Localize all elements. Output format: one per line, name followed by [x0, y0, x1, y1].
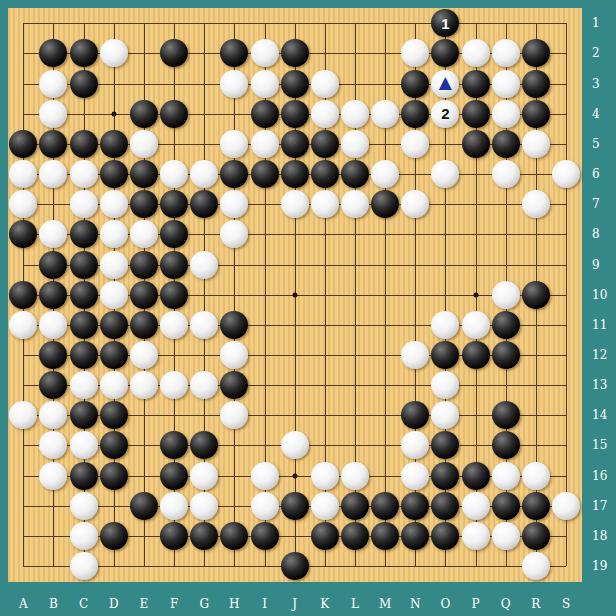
row-label: 16 [592, 469, 607, 483]
black-stone [100, 160, 128, 188]
white-stone [190, 492, 218, 520]
black-stone [190, 522, 218, 550]
column-label: K [320, 597, 329, 611]
star-point [111, 111, 116, 116]
row-label: 8 [592, 227, 600, 241]
column-label: J [292, 597, 297, 611]
black-stone [431, 462, 459, 490]
star-point [473, 292, 478, 297]
row-label: 1 [592, 16, 600, 30]
black-stone [130, 251, 158, 279]
column-label: M [379, 597, 391, 611]
black-stone [492, 431, 520, 459]
white-stone [522, 190, 550, 218]
white-stone [160, 160, 188, 188]
black-stone [100, 130, 128, 158]
black-stone [462, 130, 490, 158]
black-stone [431, 39, 459, 67]
black-stone [190, 190, 218, 218]
column-label: I [262, 597, 267, 611]
white-stone [462, 522, 490, 550]
black-stone [492, 311, 520, 339]
white-stone [130, 371, 158, 399]
row-label: 11 [592, 318, 607, 332]
white-stone [220, 190, 248, 218]
black-stone [401, 492, 429, 520]
column-label: B [49, 597, 58, 611]
black-stone: 1 [431, 9, 459, 37]
row-label: 15 [592, 438, 607, 452]
black-stone [39, 371, 67, 399]
white-stone [462, 39, 490, 67]
black-stone [492, 401, 520, 429]
black-stone [70, 220, 98, 248]
black-stone [522, 281, 550, 309]
black-stone [462, 341, 490, 369]
white-stone [100, 190, 128, 218]
black-stone [130, 281, 158, 309]
white-stone [281, 431, 309, 459]
white-stone [341, 190, 369, 218]
white-stone [39, 401, 67, 429]
black-stone [281, 160, 309, 188]
black-stone [39, 341, 67, 369]
white-stone [100, 220, 128, 248]
go-diagram-frame: 1▲2 ABCDEFGHIJKLMNOPQRS12345678910111213… [0, 0, 616, 616]
black-stone [371, 492, 399, 520]
white-stone [431, 371, 459, 399]
black-stone [401, 70, 429, 98]
column-label: Q [501, 597, 511, 611]
black-stone [431, 431, 459, 459]
white-stone [160, 492, 188, 520]
black-stone [100, 431, 128, 459]
black-stone [130, 190, 158, 218]
black-stone [70, 70, 98, 98]
white-stone [220, 130, 248, 158]
black-stone [70, 251, 98, 279]
row-label: 4 [592, 107, 600, 121]
white-stone [100, 39, 128, 67]
white-stone [9, 160, 37, 188]
column-label: P [472, 597, 480, 611]
column-label: S [562, 597, 570, 611]
white-stone [522, 130, 550, 158]
black-stone [9, 281, 37, 309]
white-stone [341, 100, 369, 128]
move-number-label: 1 [441, 16, 449, 31]
black-stone [522, 492, 550, 520]
white-stone [431, 311, 459, 339]
white-stone [9, 401, 37, 429]
white-stone [190, 462, 218, 490]
black-stone [431, 522, 459, 550]
black-stone [39, 39, 67, 67]
black-stone [431, 492, 459, 520]
white-stone [522, 462, 550, 490]
row-label: 3 [592, 77, 600, 91]
white-stone [281, 190, 309, 218]
white-stone [401, 130, 429, 158]
black-stone [311, 160, 339, 188]
white-stone [39, 220, 67, 248]
black-stone [160, 100, 188, 128]
black-stone [160, 190, 188, 218]
black-stone [341, 160, 369, 188]
black-stone [100, 311, 128, 339]
black-stone [401, 100, 429, 128]
white-stone [39, 70, 67, 98]
move-number-label: 2 [441, 106, 449, 121]
black-stone [160, 39, 188, 67]
black-stone [130, 160, 158, 188]
black-stone [462, 462, 490, 490]
white-stone [160, 311, 188, 339]
white-stone [492, 281, 520, 309]
column-label: H [229, 597, 239, 611]
black-stone [371, 522, 399, 550]
star-point [292, 292, 297, 297]
black-stone [39, 251, 67, 279]
white-stone [522, 552, 550, 580]
white-stone [220, 70, 248, 98]
black-stone [220, 311, 248, 339]
white-stone [100, 371, 128, 399]
white-stone [39, 100, 67, 128]
white-stone [190, 371, 218, 399]
white-stone [251, 39, 279, 67]
grid-line-vertical [566, 23, 567, 566]
white-stone [220, 341, 248, 369]
white-stone [401, 431, 429, 459]
triangle-marker-icon: ▲ [439, 74, 452, 91]
column-label: G [199, 597, 209, 611]
black-stone [220, 160, 248, 188]
black-stone [220, 39, 248, 67]
white-stone [9, 311, 37, 339]
white-stone [70, 371, 98, 399]
white-stone [401, 341, 429, 369]
white-stone [492, 39, 520, 67]
black-stone [371, 190, 399, 218]
black-stone [100, 462, 128, 490]
white-stone [70, 190, 98, 218]
white-stone: ▲ [431, 70, 459, 98]
white-stone [39, 431, 67, 459]
white-stone [100, 281, 128, 309]
go-board[interactable]: 1▲2 [8, 8, 582, 582]
white-stone [70, 552, 98, 580]
black-stone [130, 311, 158, 339]
column-label: E [140, 597, 149, 611]
white-stone [100, 251, 128, 279]
star-point [292, 473, 297, 478]
black-stone [9, 130, 37, 158]
black-stone [522, 39, 550, 67]
white-stone [371, 160, 399, 188]
white-stone [492, 70, 520, 98]
black-stone [522, 522, 550, 550]
row-label: 2 [592, 46, 600, 60]
white-stone [311, 190, 339, 218]
row-label: 13 [592, 378, 607, 392]
black-stone [401, 522, 429, 550]
column-label: N [410, 597, 421, 611]
white-stone [341, 462, 369, 490]
white-stone [9, 190, 37, 218]
white-stone [401, 39, 429, 67]
black-stone [130, 492, 158, 520]
black-stone [160, 251, 188, 279]
black-stone [160, 431, 188, 459]
black-stone [160, 281, 188, 309]
white-stone [70, 160, 98, 188]
white-stone [130, 220, 158, 248]
black-stone [70, 281, 98, 309]
row-label: 18 [592, 529, 607, 543]
white-stone [39, 160, 67, 188]
black-stone [251, 100, 279, 128]
white-stone [70, 431, 98, 459]
black-stone [220, 371, 248, 399]
black-stone [281, 70, 309, 98]
white-stone [130, 341, 158, 369]
black-stone [70, 39, 98, 67]
white-stone [492, 100, 520, 128]
white-stone [552, 492, 580, 520]
black-stone [190, 431, 218, 459]
column-label: F [170, 597, 178, 611]
black-stone [100, 341, 128, 369]
white-stone: 2 [431, 100, 459, 128]
row-label: 9 [592, 258, 600, 272]
black-stone [160, 522, 188, 550]
black-stone [281, 39, 309, 67]
row-label: 5 [592, 137, 600, 151]
white-stone [251, 492, 279, 520]
black-stone [281, 492, 309, 520]
column-label: L [351, 597, 359, 611]
white-stone [401, 190, 429, 218]
black-stone [160, 220, 188, 248]
white-stone [311, 70, 339, 98]
white-stone [39, 311, 67, 339]
white-stone [311, 100, 339, 128]
column-label: O [440, 597, 450, 611]
white-stone [462, 311, 490, 339]
black-stone [130, 100, 158, 128]
black-stone [462, 70, 490, 98]
black-stone [311, 130, 339, 158]
black-stone [39, 281, 67, 309]
row-label: 7 [592, 197, 600, 211]
black-stone [492, 492, 520, 520]
white-stone [462, 492, 490, 520]
white-stone [371, 100, 399, 128]
black-stone [281, 100, 309, 128]
column-label: C [79, 597, 88, 611]
white-stone [39, 462, 67, 490]
column-label: R [531, 597, 540, 611]
white-stone [70, 492, 98, 520]
black-stone [492, 130, 520, 158]
white-stone [431, 160, 459, 188]
column-label: D [109, 597, 119, 611]
black-stone [251, 522, 279, 550]
black-stone [401, 401, 429, 429]
white-stone [311, 462, 339, 490]
white-stone [190, 251, 218, 279]
white-stone [190, 311, 218, 339]
white-stone [190, 160, 218, 188]
white-stone [251, 70, 279, 98]
white-stone [220, 220, 248, 248]
row-label: 10 [592, 288, 607, 302]
white-stone [401, 462, 429, 490]
row-label: 17 [592, 499, 607, 513]
row-label: 12 [592, 348, 607, 362]
black-stone [341, 492, 369, 520]
row-label: 14 [592, 408, 607, 422]
column-label: A [19, 597, 28, 611]
black-stone [251, 160, 279, 188]
white-stone [431, 401, 459, 429]
black-stone [70, 462, 98, 490]
white-stone [311, 492, 339, 520]
black-stone [70, 130, 98, 158]
white-stone [130, 130, 158, 158]
black-stone [431, 341, 459, 369]
white-stone [341, 130, 369, 158]
black-stone [311, 522, 339, 550]
black-stone [281, 130, 309, 158]
black-stone [462, 100, 490, 128]
black-stone [100, 401, 128, 429]
white-stone [552, 160, 580, 188]
black-stone [70, 341, 98, 369]
black-stone [492, 341, 520, 369]
black-stone [522, 100, 550, 128]
black-stone [522, 70, 550, 98]
black-stone [100, 522, 128, 550]
white-stone [220, 401, 248, 429]
black-stone [281, 552, 309, 580]
black-stone [70, 311, 98, 339]
white-stone [492, 462, 520, 490]
black-stone [9, 220, 37, 248]
black-stone [220, 522, 248, 550]
black-stone [341, 522, 369, 550]
white-stone [251, 130, 279, 158]
white-stone [70, 522, 98, 550]
white-stone [492, 522, 520, 550]
black-stone [70, 401, 98, 429]
black-stone [39, 130, 67, 158]
row-label: 19 [592, 559, 607, 573]
black-stone [160, 462, 188, 490]
white-stone [251, 462, 279, 490]
white-stone [492, 160, 520, 188]
white-stone [160, 371, 188, 399]
row-label: 6 [592, 167, 600, 181]
